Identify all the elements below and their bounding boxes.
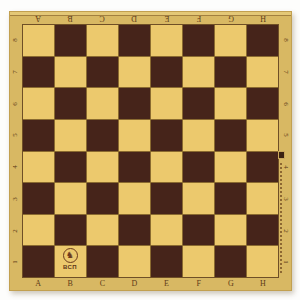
square-e1: [151, 246, 182, 277]
square-f3: [183, 183, 214, 214]
square-e7: [151, 57, 182, 88]
file-label-bottom-e: E: [151, 278, 183, 290]
square-g3: [215, 183, 246, 214]
manufacturer-logo: ♞ ВСП: [53, 248, 87, 270]
square-e8: [151, 25, 182, 56]
square-c7: [87, 57, 118, 88]
square-g1: [215, 246, 246, 277]
playing-area: [22, 24, 279, 278]
square-f4: [183, 152, 214, 183]
square-b5: [55, 120, 86, 151]
square-g7: [215, 57, 246, 88]
square-b7: [55, 57, 86, 88]
square-e3: [151, 183, 182, 214]
square-a6: [23, 88, 54, 119]
square-d7: [119, 57, 150, 88]
square-h4: [247, 152, 278, 183]
square-g5: [215, 120, 246, 151]
square-f8: [183, 25, 214, 56]
square-d3: [119, 183, 150, 214]
file-label-top-g: G: [215, 12, 247, 24]
square-g2: [215, 215, 246, 246]
product-photo: ABCDEFGH ABCDEFGH 87654321 87654321 ♞ ВС…: [0, 0, 300, 300]
file-label-bottom-b: B: [54, 278, 86, 290]
file-label-top-e: E: [151, 12, 183, 24]
square-c5: [87, 120, 118, 151]
file-label-bottom-a: A: [22, 278, 54, 290]
square-b8: [55, 25, 86, 56]
square-d2: [119, 215, 150, 246]
square-h7: [247, 57, 278, 88]
file-label-top-a: A: [22, 12, 54, 24]
fine-print-text: [280, 163, 282, 275]
square-h5: [247, 120, 278, 151]
square-a5: [23, 120, 54, 151]
file-label-top-h: H: [247, 12, 279, 24]
square-d1: [119, 246, 150, 277]
square-c2: [87, 215, 118, 246]
square-a3: [23, 183, 54, 214]
square-c1: [87, 246, 118, 277]
file-label-bottom-h: H: [247, 278, 279, 290]
square-g4: [215, 152, 246, 183]
square-f6: [183, 88, 214, 119]
square-a1: [23, 246, 54, 277]
file-label-bottom-f: F: [183, 278, 215, 290]
square-d6: [119, 88, 150, 119]
square-h3: [247, 183, 278, 214]
chessboard: ABCDEFGH ABCDEFGH 87654321 87654321 ♞ ВС…: [9, 11, 292, 291]
square-h1: [247, 246, 278, 277]
square-f2: [183, 215, 214, 246]
square-g8: [215, 25, 246, 56]
square-a8: [23, 25, 54, 56]
square-e4: [151, 152, 182, 183]
square-c3: [87, 183, 118, 214]
file-label-top-c: C: [86, 12, 118, 24]
file-label-top-d: D: [118, 12, 150, 24]
square-e5: [151, 120, 182, 151]
square-g6: [215, 88, 246, 119]
square-d5: [119, 120, 150, 151]
file-label-bottom-c: C: [86, 278, 118, 290]
knight-emblem-icon: ♞: [63, 248, 78, 263]
square-b6: [55, 88, 86, 119]
square-h6: [247, 88, 278, 119]
file-label-bottom-g: G: [215, 278, 247, 290]
square-b2: [55, 215, 86, 246]
square-b4: [55, 152, 86, 183]
square-a7: [23, 57, 54, 88]
square-h2: [247, 215, 278, 246]
square-b3: [55, 183, 86, 214]
square-f7: [183, 57, 214, 88]
square-h8: [247, 25, 278, 56]
coords-left: 87654321: [10, 24, 22, 278]
square-f1: [183, 246, 214, 277]
square-e2: [151, 215, 182, 246]
square-a4: [23, 152, 54, 183]
file-label-top-b: B: [54, 12, 86, 24]
coords-bottom: ABCDEFGH: [22, 278, 279, 290]
coords-top: ABCDEFGH: [22, 12, 279, 24]
square-e6: [151, 88, 182, 119]
file-label-top-f: F: [183, 12, 215, 24]
logo-text: ВСП: [53, 264, 87, 270]
file-label-bottom-d: D: [118, 278, 150, 290]
quality-mark-icon: [278, 151, 285, 159]
square-d4: [119, 152, 150, 183]
square-f5: [183, 120, 214, 151]
square-d8: [119, 25, 150, 56]
square-c8: [87, 25, 118, 56]
square-c6: [87, 88, 118, 119]
square-a2: [23, 215, 54, 246]
square-c4: [87, 152, 118, 183]
